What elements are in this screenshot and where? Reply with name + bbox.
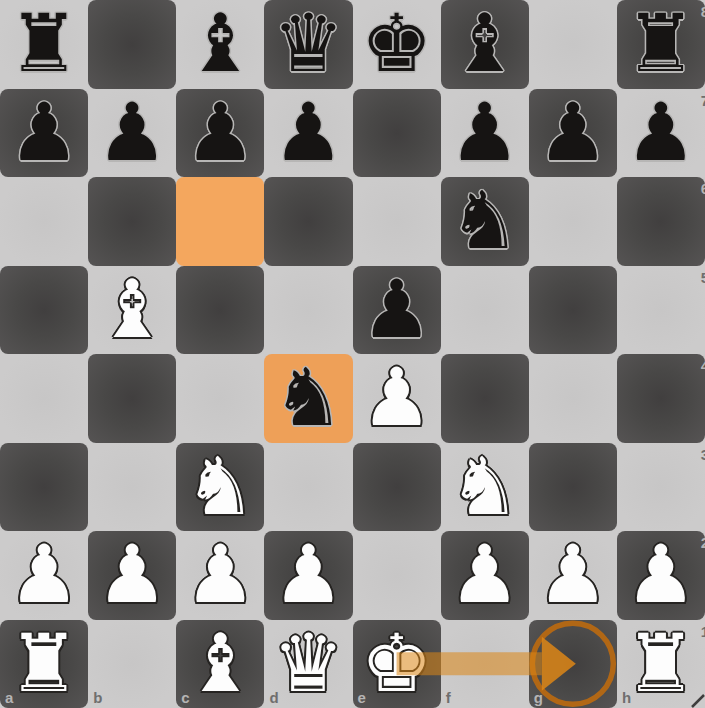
- square-d7[interactable]: ♟: [264, 89, 352, 178]
- rank-label-7: 7: [701, 92, 705, 109]
- square-g8[interactable]: [529, 0, 617, 89]
- piece-white-pawn[interactable]: ♟: [8, 531, 80, 619]
- square-c6[interactable]: [176, 177, 264, 266]
- square-h6[interactable]: 6: [617, 177, 705, 266]
- square-b8[interactable]: [88, 0, 176, 89]
- square-h2[interactable]: ♟2: [617, 531, 705, 620]
- square-c4[interactable]: [176, 354, 264, 443]
- square-f7[interactable]: ♟: [441, 89, 529, 178]
- piece-black-rook[interactable]: ♜: [8, 0, 80, 88]
- piece-black-pawn[interactable]: ♟: [537, 89, 609, 177]
- file-label-e: e: [358, 689, 366, 706]
- piece-black-knight[interactable]: ♞: [449, 177, 521, 265]
- square-g4[interactable]: [529, 354, 617, 443]
- piece-white-rook[interactable]: ♜: [625, 620, 697, 708]
- piece-white-pawn[interactable]: ♟: [449, 531, 521, 619]
- file-label-f: f: [446, 689, 451, 706]
- file-label-b: b: [93, 689, 102, 706]
- square-c8[interactable]: ♝: [176, 0, 264, 89]
- file-label-g: g: [534, 689, 543, 706]
- square-g6[interactable]: [529, 177, 617, 266]
- board-grid: ♜♝♛♚♝♜8♟♟♟♟♟♟♟7♞6♝♟5♞♟4♞♞3♟♟♟♟♟♟♟2♜ab♝c♛…: [0, 0, 705, 708]
- square-f3[interactable]: ♞: [441, 443, 529, 532]
- rank-label-5: 5: [701, 269, 705, 286]
- square-d1[interactable]: ♛d: [264, 620, 352, 708]
- square-a4[interactable]: [0, 354, 88, 443]
- square-h5[interactable]: 5: [617, 266, 705, 355]
- rank-label-8: 8: [701, 3, 705, 20]
- square-b1[interactable]: b: [88, 620, 176, 708]
- piece-black-king[interactable]: ♚: [361, 0, 433, 88]
- square-e8[interactable]: ♚: [353, 0, 441, 89]
- piece-black-pawn[interactable]: ♟: [625, 89, 697, 177]
- square-e5[interactable]: ♟: [353, 266, 441, 355]
- square-d6[interactable]: [264, 177, 352, 266]
- square-a6[interactable]: [0, 177, 88, 266]
- piece-black-pawn[interactable]: ♟: [184, 89, 256, 177]
- rank-label-3: 3: [701, 446, 705, 463]
- square-h3[interactable]: 3: [617, 443, 705, 532]
- square-d5[interactable]: [264, 266, 352, 355]
- file-label-a: a: [5, 689, 13, 706]
- square-g1[interactable]: g: [529, 620, 617, 708]
- piece-black-pawn[interactable]: ♟: [273, 89, 345, 177]
- square-h7[interactable]: ♟7: [617, 89, 705, 178]
- rank-label-1: 1: [701, 623, 705, 640]
- square-e1[interactable]: ♚e: [353, 620, 441, 708]
- square-b2[interactable]: ♟: [88, 531, 176, 620]
- square-b4[interactable]: [88, 354, 176, 443]
- square-f1[interactable]: f: [441, 620, 529, 708]
- piece-black-pawn[interactable]: ♟: [8, 89, 80, 177]
- piece-white-bishop[interactable]: ♝: [184, 620, 256, 708]
- square-c1[interactable]: ♝c: [176, 620, 264, 708]
- rank-label-2: 2: [701, 534, 705, 551]
- square-g3[interactable]: [529, 443, 617, 532]
- piece-white-knight[interactable]: ♞: [449, 443, 521, 531]
- square-d3[interactable]: [264, 443, 352, 532]
- rank-label-4: 4: [701, 357, 705, 374]
- square-e2[interactable]: [353, 531, 441, 620]
- piece-black-bishop[interactable]: ♝: [449, 0, 521, 88]
- piece-white-queen[interactable]: ♛: [273, 620, 345, 708]
- piece-white-rook[interactable]: ♜: [8, 620, 80, 708]
- square-a3[interactable]: [0, 443, 88, 532]
- square-f8[interactable]: ♝: [441, 0, 529, 89]
- square-a5[interactable]: [0, 266, 88, 355]
- square-a7[interactable]: ♟: [0, 89, 88, 178]
- chess-board[interactable]: ♜♝♛♚♝♜8♟♟♟♟♟♟♟7♞6♝♟5♞♟4♞♞3♟♟♟♟♟♟♟2♜ab♝c♛…: [0, 0, 705, 708]
- square-b6[interactable]: [88, 177, 176, 266]
- square-h4[interactable]: 4: [617, 354, 705, 443]
- square-d8[interactable]: ♛: [264, 0, 352, 89]
- piece-white-pawn[interactable]: ♟: [96, 531, 168, 619]
- file-label-c: c: [181, 689, 189, 706]
- piece-white-bishop[interactable]: ♝: [96, 266, 168, 354]
- square-b7[interactable]: ♟: [88, 89, 176, 178]
- piece-white-knight[interactable]: ♞: [184, 443, 256, 531]
- square-e3[interactable]: [353, 443, 441, 532]
- square-f5[interactable]: [441, 266, 529, 355]
- piece-black-rook[interactable]: ♜: [625, 0, 697, 88]
- piece-white-king[interactable]: ♚: [361, 620, 433, 708]
- piece-white-pawn[interactable]: ♟: [361, 354, 433, 442]
- square-a1[interactable]: ♜a: [0, 620, 88, 708]
- piece-black-pawn[interactable]: ♟: [361, 266, 433, 354]
- square-d4[interactable]: ♞: [264, 354, 352, 443]
- square-b5[interactable]: ♝: [88, 266, 176, 355]
- square-g7[interactable]: ♟: [529, 89, 617, 178]
- square-c3[interactable]: ♞: [176, 443, 264, 532]
- square-h8[interactable]: ♜8: [617, 0, 705, 89]
- square-g2[interactable]: ♟: [529, 531, 617, 620]
- square-f2[interactable]: ♟: [441, 531, 529, 620]
- rank-label-6: 6: [701, 180, 705, 197]
- file-label-d: d: [269, 689, 278, 706]
- piece-black-knight[interactable]: ♞: [273, 354, 345, 442]
- piece-black-bishop[interactable]: ♝: [184, 0, 256, 88]
- square-d2[interactable]: ♟: [264, 531, 352, 620]
- file-label-h: h: [622, 689, 631, 706]
- square-a8[interactable]: ♜: [0, 0, 88, 89]
- piece-white-pawn[interactable]: ♟: [537, 531, 609, 619]
- square-f6[interactable]: ♞: [441, 177, 529, 266]
- piece-black-pawn[interactable]: ♟: [449, 89, 521, 177]
- piece-white-pawn[interactable]: ♟: [184, 531, 256, 619]
- piece-black-pawn[interactable]: ♟: [96, 89, 168, 177]
- square-h1[interactable]: ♜h1: [617, 620, 705, 708]
- square-c2[interactable]: ♟: [176, 531, 264, 620]
- square-f4[interactable]: [441, 354, 529, 443]
- square-e4[interactable]: ♟: [353, 354, 441, 443]
- square-e7[interactable]: [353, 89, 441, 178]
- piece-white-pawn[interactable]: ♟: [273, 531, 345, 619]
- square-c7[interactable]: ♟: [176, 89, 264, 178]
- square-e6[interactable]: [353, 177, 441, 266]
- square-c5[interactable]: [176, 266, 264, 355]
- piece-white-pawn[interactable]: ♟: [625, 531, 697, 619]
- square-g5[interactable]: [529, 266, 617, 355]
- square-b3[interactable]: [88, 443, 176, 532]
- piece-black-queen[interactable]: ♛: [273, 0, 345, 88]
- square-a2[interactable]: ♟: [0, 531, 88, 620]
